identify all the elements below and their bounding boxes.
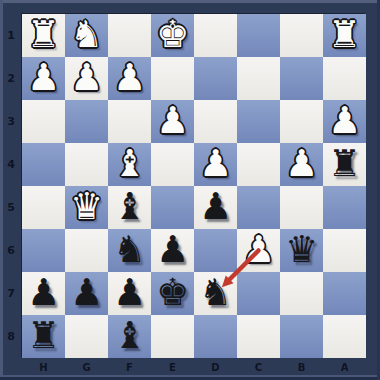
square-a7[interactable] xyxy=(323,272,366,315)
square-f8[interactable]: ♝ xyxy=(108,315,151,358)
square-b3[interactable] xyxy=(280,100,323,143)
square-e2[interactable] xyxy=(151,57,194,100)
rank-label-7: 7 xyxy=(0,272,22,315)
square-d6[interactable] xyxy=(194,229,237,272)
square-g7[interactable]: ♟ xyxy=(65,272,108,315)
square-e8[interactable] xyxy=(151,315,194,358)
file-label-d: D xyxy=(194,358,237,376)
square-d4[interactable]: ♟ xyxy=(194,143,237,186)
black-bishop[interactable]: ♝ xyxy=(113,185,146,228)
square-a5[interactable] xyxy=(323,186,366,229)
square-g4[interactable] xyxy=(65,143,108,186)
square-f3[interactable] xyxy=(108,100,151,143)
file-labels: HGFEDCBA xyxy=(22,358,366,378)
rank-labels: 12345678 xyxy=(0,14,22,358)
square-c5[interactable] xyxy=(237,186,280,229)
rank-label-8: 8 xyxy=(0,315,22,358)
square-b4[interactable]: ♟ xyxy=(280,143,323,186)
square-d7[interactable]: ♞ xyxy=(194,272,237,315)
square-c2[interactable] xyxy=(237,57,280,100)
square-a3[interactable]: ♟ xyxy=(323,100,366,143)
white-pawn[interactable]: ♟ xyxy=(242,228,275,271)
square-a2[interactable] xyxy=(323,57,366,100)
square-h5[interactable] xyxy=(22,186,65,229)
square-h1[interactable]: ♜ xyxy=(22,14,65,57)
square-f5[interactable]: ♝ xyxy=(108,186,151,229)
square-e5[interactable] xyxy=(151,186,194,229)
square-f1[interactable] xyxy=(108,14,151,57)
square-h8[interactable]: ♜ xyxy=(22,315,65,358)
square-f4[interactable]: ♝ xyxy=(108,143,151,186)
white-king[interactable]: ♚ xyxy=(156,13,189,56)
black-pawn[interactable]: ♟ xyxy=(113,271,146,314)
file-label-g: G xyxy=(65,358,108,376)
black-knight[interactable]: ♞ xyxy=(199,271,232,314)
rank-label-6: 6 xyxy=(0,229,22,272)
square-h6[interactable] xyxy=(22,229,65,272)
square-g6[interactable] xyxy=(65,229,108,272)
square-b7[interactable] xyxy=(280,272,323,315)
black-pawn[interactable]: ♟ xyxy=(156,228,189,271)
square-b5[interactable] xyxy=(280,186,323,229)
square-g2[interactable]: ♟ xyxy=(65,57,108,100)
rank-label-4: 4 xyxy=(0,143,22,186)
black-rook[interactable]: ♜ xyxy=(27,314,60,357)
white-pawn[interactable]: ♟ xyxy=(199,142,232,185)
square-e7[interactable]: ♚ xyxy=(151,272,194,315)
file-label-h: H xyxy=(22,358,65,376)
square-b2[interactable] xyxy=(280,57,323,100)
white-queen[interactable]: ♛ xyxy=(70,185,103,228)
square-e4[interactable] xyxy=(151,143,194,186)
rank-label-2: 2 xyxy=(0,57,22,100)
white-pawn[interactable]: ♟ xyxy=(328,99,361,142)
square-d3[interactable] xyxy=(194,100,237,143)
square-g8[interactable] xyxy=(65,315,108,358)
rank-label-1: 1 xyxy=(0,14,22,57)
white-bishop[interactable]: ♝ xyxy=(113,142,146,185)
square-h3[interactable] xyxy=(22,100,65,143)
file-label-a: A xyxy=(323,358,366,376)
square-a6[interactable] xyxy=(323,229,366,272)
square-f7[interactable]: ♟ xyxy=(108,272,151,315)
square-h7[interactable]: ♟ xyxy=(22,272,65,315)
black-knight[interactable]: ♞ xyxy=(113,228,146,271)
white-rook[interactable]: ♜ xyxy=(27,13,60,56)
square-d5[interactable]: ♟ xyxy=(194,186,237,229)
square-g1[interactable]: ♞ xyxy=(65,14,108,57)
square-g3[interactable] xyxy=(65,100,108,143)
file-label-b: B xyxy=(280,358,323,376)
file-label-c: C xyxy=(237,358,280,376)
square-f6[interactable]: ♞ xyxy=(108,229,151,272)
black-pawn[interactable]: ♟ xyxy=(199,185,232,228)
white-pawn[interactable]: ♟ xyxy=(70,56,103,99)
white-pawn[interactable]: ♟ xyxy=(156,99,189,142)
square-c6[interactable]: ♟ xyxy=(237,229,280,272)
square-e6[interactable]: ♟ xyxy=(151,229,194,272)
black-king[interactable]: ♚ xyxy=(156,271,189,314)
frame-bevel-top xyxy=(0,0,380,3)
square-a8[interactable] xyxy=(323,315,366,358)
black-pawn[interactable]: ♟ xyxy=(70,271,103,314)
square-b1[interactable] xyxy=(280,14,323,57)
file-label-e: E xyxy=(151,358,194,376)
rank-label-3: 3 xyxy=(0,100,22,143)
black-rook[interactable]: ♜ xyxy=(328,142,361,185)
square-c4[interactable] xyxy=(237,143,280,186)
square-d1[interactable] xyxy=(194,14,237,57)
square-a1[interactable]: ♜ xyxy=(323,14,366,57)
black-queen[interactable]: ♛ xyxy=(285,228,318,271)
square-e3[interactable]: ♟ xyxy=(151,100,194,143)
square-c3[interactable] xyxy=(237,100,280,143)
square-b6[interactable]: ♛ xyxy=(280,229,323,272)
white-pawn[interactable]: ♟ xyxy=(113,56,146,99)
black-bishop[interactable]: ♝ xyxy=(113,314,146,357)
square-g5[interactable]: ♛ xyxy=(65,186,108,229)
square-c8[interactable] xyxy=(237,315,280,358)
chess-board: ♜♞♚♜♟♟♟♟♟♝♟♟♜♛♝♟♞♟♟♛♟♟♟♚♞♜♝ xyxy=(22,14,366,358)
square-c7[interactable] xyxy=(237,272,280,315)
rank-label-5: 5 xyxy=(0,186,22,229)
square-a4[interactable]: ♜ xyxy=(323,143,366,186)
chess-diagram: 12345678 ♜♞♚♜♟♟♟♟♟♝♟♟♜♛♝♟♞♟♟♛♟♟♟♚♞♜♝ HGF… xyxy=(0,0,380,380)
square-d2[interactable] xyxy=(194,57,237,100)
square-h2[interactable]: ♟ xyxy=(22,57,65,100)
white-knight[interactable]: ♞ xyxy=(70,13,103,56)
square-e1[interactable]: ♚ xyxy=(151,14,194,57)
square-d8[interactable] xyxy=(194,315,237,358)
white-rook[interactable]: ♜ xyxy=(328,13,361,56)
white-pawn[interactable]: ♟ xyxy=(285,142,318,185)
black-pawn[interactable]: ♟ xyxy=(27,271,60,314)
square-f2[interactable]: ♟ xyxy=(108,57,151,100)
file-label-f: F xyxy=(108,358,151,376)
square-b8[interactable] xyxy=(280,315,323,358)
square-h4[interactable] xyxy=(22,143,65,186)
square-c1[interactable] xyxy=(237,14,280,57)
white-pawn[interactable]: ♟ xyxy=(27,56,60,99)
